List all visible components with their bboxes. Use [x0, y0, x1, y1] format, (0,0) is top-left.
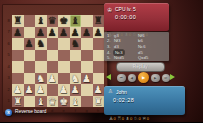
- black-p-a7[interactable]: ♟: [12, 27, 24, 39]
- player-captured-count-1: 0: [122, 116, 124, 121]
- square-e4[interactable]: [58, 61, 70, 73]
- rank-label-1: 1: [6, 99, 11, 103]
- rank-label-2: 2: [6, 88, 11, 92]
- square-g8[interactable]: [81, 15, 93, 27]
- square-h6[interactable]: [93, 38, 105, 50]
- square-g6[interactable]: [81, 38, 93, 50]
- reverse-board-label: Reverse board: [15, 109, 46, 115]
- replay-controls: ⏮◀▶▶⏭: [104, 71, 182, 84]
- white-b-f1[interactable]: ♝: [70, 96, 82, 108]
- square-h5[interactable]: [93, 50, 105, 62]
- square-b5[interactable]: [24, 50, 36, 62]
- step-forward-button[interactable]: ▶: [151, 74, 160, 83]
- black-q-d8[interactable]: ♛: [47, 15, 59, 27]
- white-r-h1[interactable]: ♜: [93, 96, 105, 108]
- black-r-a8[interactable]: ♜: [12, 15, 24, 27]
- white-p-c2[interactable]: ♟: [35, 84, 47, 96]
- square-f5[interactable]: [70, 50, 82, 62]
- white-p-e2[interactable]: ♟: [58, 84, 70, 96]
- black-p-g7[interactable]: ♟: [81, 27, 93, 39]
- play-button[interactable]: ▶: [138, 72, 149, 83]
- black-p-c7[interactable]: ♟: [35, 27, 47, 39]
- black-p-e7[interactable]: ♟: [58, 27, 70, 39]
- player-captured-count-2: 0: [130, 116, 132, 121]
- square-d5[interactable]: [47, 50, 59, 62]
- square-h3[interactable]: [93, 73, 105, 85]
- black-k-e8[interactable]: ♚: [58, 15, 70, 27]
- file-label-g: g: [84, 109, 90, 113]
- step-back-button[interactable]: ◀: [128, 74, 137, 83]
- square-d6[interactable]: [47, 38, 59, 50]
- black-move: Qxd5: [138, 55, 148, 61]
- square-b4[interactable]: [24, 61, 36, 73]
- player-name: John: [116, 89, 127, 95]
- white-n-f3[interactable]: ♞: [70, 73, 82, 85]
- player-panel: ♙ John 0:02:28 ♙0♖0♗0♘0♕0: [104, 86, 185, 115]
- square-a4[interactable]: [12, 61, 24, 73]
- white-b-c1[interactable]: ♝: [35, 96, 47, 108]
- move-list[interactable]: 1.g3Nf62.Nf3b63.d3Nc64.Nc3d55.Nxd5Qxd5: [104, 32, 169, 61]
- square-b1[interactable]: [24, 96, 36, 108]
- player-captured-count-0: 0: [114, 116, 116, 121]
- rank-label-8: 8: [6, 19, 11, 23]
- square-d4[interactable]: [47, 61, 59, 73]
- player-captured-icon-2: ♗: [126, 116, 130, 121]
- file-label-d: d: [49, 109, 55, 113]
- square-e3[interactable]: [58, 73, 70, 85]
- square-d2[interactable]: [47, 84, 59, 96]
- square-g4[interactable]: [81, 61, 93, 73]
- square-g1[interactable]: [81, 96, 93, 108]
- chess-board[interactable]: ♜♝♛♚♝♜♟♟♟♟♟♟♟♟♞♞♞♟♞♟♟♟♟♟♟♟♜♝♛♚♝♜: [12, 15, 104, 107]
- white-p-d3[interactable]: ♟: [47, 73, 59, 85]
- board-frame: ♜♝♛♚♝♜♟♟♟♟♟♟♟♟♞♞♞♟♞♟♟♟♟♟♟♟♜♝♛♚♝♜ 8765432…: [2, 4, 108, 113]
- square-h4[interactable]: [93, 61, 105, 73]
- white-k-e1[interactable]: ♚: [58, 96, 70, 108]
- cpu-clock: 0:00:00: [115, 14, 136, 20]
- black-b-c8[interactable]: ♝: [35, 15, 47, 27]
- square-c4[interactable]: [35, 61, 47, 73]
- white-r-a1[interactable]: ♜: [12, 96, 24, 108]
- crown-icon: ♔: [107, 6, 112, 13]
- square-b3[interactable]: [24, 73, 36, 85]
- player-clock: 0:02:28: [113, 97, 134, 103]
- rank-label-7: 7: [6, 30, 11, 34]
- white-n-c3[interactable]: ♞: [35, 73, 47, 85]
- white-p-a2[interactable]: ♟: [12, 84, 24, 96]
- file-label-e: e: [61, 109, 67, 113]
- player-captured-count-3: 0: [138, 116, 140, 121]
- black-r-h8[interactable]: ♜: [93, 15, 105, 27]
- square-c5[interactable]: [35, 50, 47, 62]
- file-label-f: f: [72, 109, 78, 113]
- cpu-name: CPU lv. 5: [115, 6, 136, 12]
- player-captured-icon-4: ♕: [142, 116, 146, 121]
- square-g2[interactable]: [81, 84, 93, 96]
- black-p-f7[interactable]: ♟: [70, 27, 82, 39]
- player-captured-icon-0: ♙: [109, 116, 113, 121]
- square-b7[interactable]: [24, 27, 36, 39]
- white-p-f2[interactable]: ♟: [70, 84, 82, 96]
- black-p-b6[interactable]: ♟: [24, 38, 36, 50]
- black-p-d7[interactable]: ♟: [47, 27, 59, 39]
- move-row-5[interactable]: 5.Nxd5Qxd5: [107, 55, 148, 61]
- square-b8[interactable]: [24, 15, 36, 27]
- white-p-g3[interactable]: ♟: [81, 73, 93, 85]
- file-label-h: h: [95, 109, 101, 113]
- rank-label-6: 6: [6, 42, 11, 46]
- square-g5[interactable]: [81, 50, 93, 62]
- square-f4[interactable]: [70, 61, 82, 73]
- step-last-button[interactable]: ⏭: [162, 74, 171, 83]
- player-captured-icon-1: ♖: [117, 116, 121, 121]
- rank-label-4: 4: [6, 65, 11, 69]
- square-a5[interactable]: [12, 50, 24, 62]
- player-captured-pieces: ♙0♖0♗0♘0♕0: [109, 106, 150, 123]
- square-e6[interactable]: [58, 38, 70, 50]
- rank-label-3: 3: [6, 76, 11, 80]
- black-p-h7[interactable]: ♟: [93, 27, 105, 39]
- white-p-h2[interactable]: ♟: [93, 84, 105, 96]
- pawn-icon: ♙: [108, 88, 113, 95]
- square-a6[interactable]: [12, 38, 24, 50]
- square-e5[interactable]: [58, 50, 70, 62]
- selected-move: Nc3: [114, 50, 124, 55]
- black-b-f8[interactable]: ♝: [70, 15, 82, 27]
- player-captured-count-4: 0: [147, 116, 149, 121]
- black-n-c6[interactable]: ♞: [35, 38, 47, 50]
- rank-label-5: 5: [6, 53, 11, 57]
- jump-end-button[interactable]: [170, 74, 175, 80]
- chess-game-screen: ♜♝♛♚♝♜♟♟♟♟♟♟♟♟♞♞♞♟♞♟♟♟♟♟♟♟♜♝♛♚♝♜ 8765432…: [0, 0, 203, 122]
- jump-start-button[interactable]: [106, 74, 111, 80]
- step-first-button[interactable]: ⏮: [117, 74, 126, 83]
- white-move: Nxd5: [114, 55, 138, 61]
- square-a3[interactable]: [12, 73, 24, 85]
- white-q-d1[interactable]: ♛: [47, 96, 59, 108]
- move-number: 5.: [107, 55, 114, 61]
- black-n-f6[interactable]: ♞: [70, 38, 82, 50]
- x-button-icon[interactable]: X: [5, 109, 12, 116]
- white-p-b2[interactable]: ♟: [24, 84, 36, 96]
- cpu-panel: ♔ CPU lv. 5 0:00:00 ♙0♖0♗0♘0♕0: [104, 3, 169, 31]
